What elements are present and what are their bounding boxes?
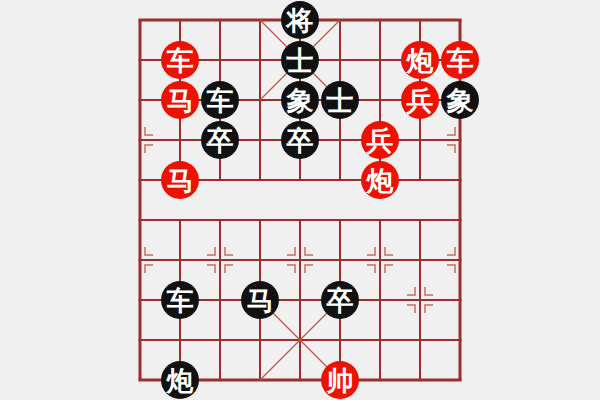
piece-black-elephant[interactable]: 象 xyxy=(441,81,479,119)
piece-black-chariot[interactable]: 车 xyxy=(201,81,239,119)
piece-red-chariot[interactable]: 车 xyxy=(161,41,199,79)
piece-red-soldier[interactable]: 兵 xyxy=(401,81,439,119)
piece-red-general[interactable]: 帅 xyxy=(321,361,359,399)
piece-black-cannon[interactable]: 炮 xyxy=(161,361,199,399)
piece-red-horse[interactable]: 马 xyxy=(161,161,199,199)
piece-red-cannon[interactable]: 炮 xyxy=(361,161,399,199)
pieces-layer: 将车士炮车马车象士兵象卒卒兵马炮车马卒炮帅 xyxy=(0,0,600,400)
piece-red-cannon[interactable]: 炮 xyxy=(401,41,439,79)
piece-black-elephant[interactable]: 象 xyxy=(281,81,319,119)
piece-black-soldier[interactable]: 卒 xyxy=(281,121,319,159)
piece-black-general[interactable]: 将 xyxy=(281,1,319,39)
piece-red-horse[interactable]: 马 xyxy=(161,81,199,119)
piece-black-soldier[interactable]: 卒 xyxy=(321,281,359,319)
piece-red-soldier[interactable]: 兵 xyxy=(361,121,399,159)
piece-red-chariot[interactable]: 车 xyxy=(441,41,479,79)
piece-black-advisor[interactable]: 士 xyxy=(321,81,359,119)
xiangqi-diagram: 将车士炮车马车象士兵象卒卒兵马炮车马卒炮帅 xyxy=(0,0,600,400)
piece-black-advisor[interactable]: 士 xyxy=(281,41,319,79)
piece-black-soldier[interactable]: 卒 xyxy=(201,121,239,159)
piece-black-chariot[interactable]: 车 xyxy=(161,281,199,319)
piece-black-horse[interactable]: 马 xyxy=(241,281,279,319)
